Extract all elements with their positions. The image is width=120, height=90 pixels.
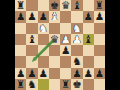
piece-black-rook[interactable]: ♜ — [61, 79, 71, 90]
piece-black-pawn[interactable]: ♟ — [27, 11, 37, 22]
chess-board[interactable]: ♜♚♛♝♜♟♟♟♝♟♟♞♞♝♛♟♟♝♟♞♟♟♟♟♟♟♜♞♜♚ — [15, 0, 105, 90]
square-h7[interactable]: ♟ — [94, 11, 105, 22]
square-e2[interactable] — [60, 68, 71, 79]
piece-black-pawn[interactable]: ♟ — [72, 68, 82, 79]
piece-black-queen[interactable]: ♛ — [50, 34, 60, 45]
square-a8[interactable]: ♜ — [15, 0, 26, 11]
square-h1[interactable] — [94, 79, 105, 90]
square-b3[interactable] — [26, 56, 37, 67]
square-c3[interactable] — [38, 56, 49, 67]
square-e6[interactable] — [60, 23, 71, 34]
piece-black-knight[interactable]: ♞ — [27, 79, 37, 90]
square-b2[interactable]: ♟ — [26, 68, 37, 79]
square-a3[interactable] — [15, 56, 26, 67]
piece-black-pawn[interactable]: ♟ — [16, 68, 26, 79]
square-g7[interactable]: ♟ — [83, 11, 94, 22]
square-d4[interactable] — [49, 45, 60, 56]
square-d8[interactable]: ♚ — [49, 0, 60, 11]
square-h8[interactable]: ♜ — [94, 0, 105, 11]
piece-black-pawn[interactable]: ♟ — [83, 68, 93, 79]
square-f5[interactable]: ♟ — [71, 34, 82, 45]
piece-black-pawn[interactable]: ♟ — [61, 45, 71, 56]
piece-black-queen[interactable]: ♛ — [61, 0, 71, 11]
letterbox-right — [105, 0, 120, 90]
piece-black-bishop[interactable]: ♝ — [27, 34, 37, 45]
piece-white-bishop[interactable]: ♝ — [50, 11, 60, 22]
square-h6[interactable] — [94, 23, 105, 34]
square-e8[interactable]: ♛ — [60, 0, 71, 11]
piece-black-pawn[interactable]: ♟ — [83, 11, 93, 22]
square-h5[interactable] — [94, 34, 105, 45]
square-d1[interactable] — [49, 79, 60, 90]
square-d5[interactable]: ♛ — [49, 34, 60, 45]
square-c7[interactable]: ♟ — [38, 11, 49, 22]
square-b4[interactable] — [26, 45, 37, 56]
piece-black-king[interactable]: ♚ — [72, 79, 82, 90]
square-b1[interactable]: ♞ — [26, 79, 37, 90]
square-a6[interactable] — [15, 23, 26, 34]
square-g3[interactable] — [83, 56, 94, 67]
square-d3[interactable] — [49, 56, 60, 67]
square-g4[interactable] — [83, 45, 94, 56]
square-c5[interactable] — [38, 34, 49, 45]
piece-black-pawn[interactable]: ♟ — [95, 68, 105, 79]
piece-white-pawn[interactable]: ♟ — [61, 34, 71, 45]
square-f8[interactable]: ♝ — [71, 0, 82, 11]
square-c2[interactable]: ♟ — [38, 68, 49, 79]
square-a5[interactable] — [15, 34, 26, 45]
square-d6[interactable] — [49, 23, 60, 34]
square-c4[interactable] — [38, 45, 49, 56]
square-e3[interactable] — [60, 56, 71, 67]
letterbox-left — [0, 0, 15, 90]
piece-black-bishop[interactable]: ♝ — [72, 0, 82, 11]
square-f4[interactable] — [71, 45, 82, 56]
square-d7[interactable]: ♝ — [49, 11, 60, 22]
piece-black-pawn[interactable]: ♟ — [95, 11, 105, 22]
square-b8[interactable] — [26, 0, 37, 11]
piece-black-pawn[interactable]: ♟ — [38, 68, 48, 79]
square-b5[interactable]: ♝ — [26, 34, 37, 45]
piece-black-pawn[interactable]: ♟ — [27, 68, 37, 79]
square-a2[interactable]: ♟ — [15, 68, 26, 79]
piece-white-pawn[interactable]: ♟ — [72, 34, 82, 45]
square-f6[interactable]: ♞ — [71, 23, 82, 34]
square-e7[interactable] — [60, 11, 71, 22]
square-e4[interactable]: ♟ — [60, 45, 71, 56]
piece-black-pawn[interactable]: ♟ — [38, 11, 48, 22]
square-g2[interactable]: ♟ — [83, 68, 94, 79]
piece-white-knight[interactable]: ♞ — [38, 23, 48, 34]
square-h3[interactable] — [94, 56, 105, 67]
square-g5[interactable]: ♝ — [83, 34, 94, 45]
square-e1[interactable]: ♜ — [60, 79, 71, 90]
square-g1[interactable] — [83, 79, 94, 90]
square-f1[interactable]: ♚ — [71, 79, 82, 90]
square-c1[interactable] — [38, 79, 49, 90]
square-g8[interactable] — [83, 0, 94, 11]
square-d2[interactable] — [49, 68, 60, 79]
square-e5[interactable]: ♟ — [60, 34, 71, 45]
square-a7[interactable]: ♟ — [15, 11, 26, 22]
piece-white-knight[interactable]: ♞ — [72, 23, 82, 34]
piece-black-rook[interactable]: ♜ — [16, 0, 26, 11]
square-a1[interactable]: ♜ — [15, 79, 26, 90]
square-f2[interactable]: ♟ — [71, 68, 82, 79]
square-c8[interactable] — [38, 0, 49, 11]
piece-black-knight[interactable]: ♞ — [72, 56, 82, 67]
piece-black-rook[interactable]: ♜ — [95, 0, 105, 11]
piece-black-pawn[interactable]: ♟ — [16, 11, 26, 22]
square-f3[interactable]: ♞ — [71, 56, 82, 67]
square-b7[interactable]: ♟ — [26, 11, 37, 22]
square-c6[interactable]: ♞ — [38, 23, 49, 34]
square-g6[interactable] — [83, 23, 94, 34]
square-h4[interactable] — [94, 45, 105, 56]
piece-black-bishop[interactable]: ♝ — [83, 34, 93, 45]
square-a4[interactable] — [15, 45, 26, 56]
square-b6[interactable] — [26, 23, 37, 34]
square-h2[interactable]: ♟ — [94, 68, 105, 79]
piece-black-king[interactable]: ♚ — [50, 0, 60, 11]
piece-black-rook[interactable]: ♜ — [16, 79, 26, 90]
square-f7[interactable] — [71, 11, 82, 22]
